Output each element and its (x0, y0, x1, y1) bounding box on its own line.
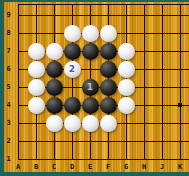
intersection-e3[interactable] (81, 114, 99, 132)
grid-line-horizontal (18, 4, 189, 5)
intersection-k7[interactable] (171, 42, 189, 60)
column-label-g: G (121, 163, 132, 172)
column-label-j: J (157, 163, 168, 172)
white-stone (100, 115, 117, 132)
white-stone (64, 115, 81, 132)
intersection-f9[interactable] (99, 6, 117, 24)
white-stone (28, 43, 45, 60)
intersection-f4[interactable] (99, 96, 117, 114)
intersection-k8[interactable] (171, 24, 189, 42)
intersection-g2[interactable] (117, 132, 135, 150)
intersection-c6[interactable] (45, 60, 63, 78)
intersection-c3[interactable] (45, 114, 63, 132)
intersection-b4[interactable] (27, 96, 45, 114)
intersection-h2[interactable] (135, 132, 153, 150)
black-stone-move-1: 1 (82, 79, 99, 96)
intersection-h5[interactable] (135, 78, 153, 96)
intersection-h4[interactable] (135, 96, 153, 114)
intersection-j7[interactable] (153, 42, 171, 60)
intersection-g6[interactable] (117, 60, 135, 78)
intersection-d5[interactable] (63, 78, 81, 96)
column-label-k: K (175, 163, 186, 172)
intersection-j2[interactable] (153, 132, 171, 150)
column-label-b: B (31, 163, 42, 172)
intersection-d6[interactable]: 2 (63, 60, 81, 78)
intersection-g5[interactable] (117, 78, 135, 96)
intersection-d8[interactable] (63, 24, 81, 42)
intersection-e9[interactable] (81, 6, 99, 24)
intersection-g9[interactable] (117, 6, 135, 24)
column-label-h: H (139, 163, 150, 172)
column-label-e: E (85, 163, 96, 172)
intersection-b5[interactable] (27, 78, 45, 96)
intersection-e7[interactable] (81, 42, 99, 60)
white-stone (118, 61, 135, 78)
intersection-b7[interactable] (27, 42, 45, 60)
intersection-e4[interactable] (81, 96, 99, 114)
black-stone (100, 43, 117, 60)
black-stone (100, 79, 117, 96)
white-stone (64, 25, 81, 42)
column-label-f: F (103, 163, 114, 172)
black-stone (46, 61, 63, 78)
intersection-f3[interactable] (99, 114, 117, 132)
intersection-b8[interactable] (27, 24, 45, 42)
row-label-4: 4 (3, 101, 14, 110)
black-stone (64, 43, 81, 60)
row-label-9: 9 (3, 11, 14, 20)
intersection-c8[interactable] (45, 24, 63, 42)
intersection-c5[interactable] (45, 78, 63, 96)
intersection-k6[interactable] (171, 60, 189, 78)
white-stone (82, 25, 99, 42)
intersection-j9[interactable] (153, 6, 171, 24)
go-board: 21 987654321 ABCDEFGHJK (0, 0, 189, 176)
row-label-3: 3 (3, 119, 14, 128)
white-stone (46, 43, 63, 60)
intersection-h6[interactable] (135, 60, 153, 78)
intersection-e6[interactable] (81, 60, 99, 78)
intersection-c7[interactable] (45, 42, 63, 60)
intersection-b3[interactable] (27, 114, 45, 132)
white-stone (28, 61, 45, 78)
intersection-h7[interactable] (135, 42, 153, 60)
white-stone-move-2: 2 (64, 61, 81, 78)
intersection-f6[interactable] (99, 60, 117, 78)
intersection-g7[interactable] (117, 42, 135, 60)
intersection-c4[interactable] (45, 96, 63, 114)
intersection-g8[interactable] (117, 24, 135, 42)
intersection-e5[interactable]: 1 (81, 78, 99, 96)
intersection-d3[interactable] (63, 114, 81, 132)
intersection-k2[interactable] (171, 132, 189, 150)
row-label-8: 8 (3, 29, 14, 38)
intersection-g4[interactable] (117, 96, 135, 114)
intersection-h3[interactable] (135, 114, 153, 132)
intersection-g3[interactable] (117, 114, 135, 132)
intersection-k9[interactable] (171, 6, 189, 24)
white-stone (118, 97, 135, 114)
black-stone (82, 43, 99, 60)
column-label-a: A (13, 163, 24, 172)
white-stone (118, 43, 135, 60)
intersection-j6[interactable] (153, 60, 171, 78)
intersection-f8[interactable] (99, 24, 117, 42)
intersection-b6[interactable] (27, 60, 45, 78)
intersection-c9[interactable] (45, 6, 63, 24)
black-stone (82, 97, 99, 114)
intersection-d7[interactable] (63, 42, 81, 60)
intersection-k4[interactable] (171, 96, 189, 114)
intersection-d4[interactable] (63, 96, 81, 114)
intersection-f7[interactable] (99, 42, 117, 60)
white-stone (46, 115, 63, 132)
black-stone (46, 79, 63, 96)
board-edge-bottom (0, 172, 189, 176)
intersection-e8[interactable] (81, 24, 99, 42)
intersection-b9[interactable] (27, 6, 45, 24)
column-label-d: D (67, 163, 78, 172)
intersection-e2[interactable] (81, 132, 99, 150)
row-label-7: 7 (3, 47, 14, 56)
row-label-6: 6 (3, 65, 14, 74)
black-stone (100, 61, 117, 78)
row-label-5: 5 (3, 83, 14, 92)
white-stone (82, 115, 99, 132)
board-edge-top (0, 0, 189, 2)
intersection-h8[interactable] (135, 24, 153, 42)
intersection-f2[interactable] (99, 132, 117, 150)
white-stone (118, 79, 135, 96)
intersection-j5[interactable] (153, 78, 171, 96)
board-grid: 21 (9, 6, 189, 168)
white-stone (100, 25, 117, 42)
white-stone (28, 97, 45, 114)
intersection-j8[interactable] (153, 24, 171, 42)
column-label-c: C (49, 163, 60, 172)
row-label-2: 2 (3, 137, 14, 146)
intersection-j4[interactable] (153, 96, 171, 114)
intersection-k5[interactable] (171, 78, 189, 96)
black-stone (64, 97, 81, 114)
intersection-d9[interactable] (63, 6, 81, 24)
black-stone (46, 97, 63, 114)
intersection-h9[interactable] (135, 6, 153, 24)
black-stone (100, 97, 117, 114)
intersection-d2[interactable] (63, 132, 81, 150)
intersection-c2[interactable] (45, 132, 63, 150)
white-stone (28, 79, 45, 96)
intersection-f5[interactable] (99, 78, 117, 96)
intersection-k3[interactable] (171, 114, 189, 132)
board-edge-left (0, 0, 4, 176)
intersection-j3[interactable] (153, 114, 171, 132)
intersection-b2[interactable] (27, 132, 45, 150)
